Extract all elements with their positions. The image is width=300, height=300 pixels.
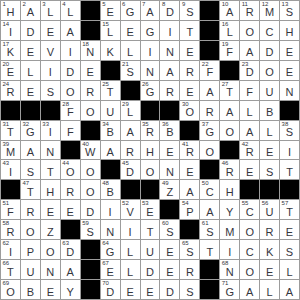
clue-number: 68 [222,260,229,267]
cell-letter: A [126,127,133,138]
grid-cell[interactable]: A [61,21,80,40]
grid-cell[interactable]: L [260,280,279,299]
cell-letter: N [166,47,174,58]
cell-letter: S [47,87,54,98]
grid-cell[interactable]: A [200,81,219,100]
grid-cell[interactable]: S [21,160,40,179]
grid-cell[interactable]: D [260,41,279,60]
cell-letter: S [286,7,293,18]
grid-cell[interactable]: H [141,141,160,160]
grid-cell[interactable]: O [21,220,40,239]
grid-cell[interactable]: Y [220,200,239,219]
grid-cell[interactable]: 35R [141,121,160,140]
cell-letter: C [266,27,274,38]
grid-cell[interactable]: A [121,121,140,140]
grid-cell[interactable]: B [260,101,279,120]
cell-letter: U [266,87,274,98]
clue-number: 17 [3,41,10,48]
grid-cell[interactable]: 18N [81,41,100,60]
cell-letter: R [186,147,194,158]
grid-cell[interactable]: E [81,61,100,80]
grid-cell[interactable]: A [200,200,219,219]
clue-number: 43 [3,160,10,167]
grid-cell[interactable]: 21S [121,61,140,80]
grid-cell[interactable]: D [81,200,100,219]
grid-cell[interactable]: 30O [180,101,199,120]
cell-letter: T [27,187,34,198]
grid-cell[interactable]: E [41,280,60,299]
cell-letter: O [26,227,35,238]
clue-number: 49 [162,180,169,187]
grid-cell[interactable]: U [101,101,120,120]
grid-cell[interactable]: 38S [280,121,299,140]
cell-letter: Z [167,187,174,198]
grid-cell[interactable]: 8D [160,1,179,20]
cell-letter: F [226,47,233,58]
grid-cell[interactable]: R [180,61,199,80]
grid-cell[interactable]: U [21,260,40,279]
grid-cell[interactable]: 53E [141,200,160,219]
grid-cell[interactable]: R [121,141,140,160]
grid-cell[interactable]: S [180,280,199,299]
grid-cell[interactable]: 70D [101,280,120,299]
grid-cell[interactable]: 3L [41,1,60,20]
grid-cell[interactable]: E [61,200,80,219]
cell-letter: R [86,87,94,98]
grid-cell[interactable]: 16L [220,21,239,40]
cell-letter: T [186,27,193,38]
cell-letter: A [67,27,74,38]
grid-cell[interactable]: N [141,61,160,80]
black-cell [1,101,20,120]
grid-cell[interactable]: S [260,160,279,179]
grid-cell[interactable]: I [141,41,160,60]
grid-cell[interactable]: D [61,61,80,80]
cell-letter: D [26,27,34,38]
grid-cell[interactable]: A [280,280,299,299]
grid-cell[interactable]: S [280,240,299,259]
grid-cell[interactable]: O [240,220,259,239]
black-cell [101,160,120,179]
grid-cell[interactable]: 32G [21,121,40,140]
grid-cell[interactable]: U [141,240,160,259]
grid-cell[interactable]: 42R [240,141,259,160]
grid-cell[interactable]: I [41,61,60,80]
grid-cell[interactable]: 34B [101,121,120,140]
cell-letter: A [146,7,153,18]
cell-letter: A [246,127,253,138]
grid-cell[interactable]: 7A [141,1,160,20]
cell-letter: H [6,7,14,18]
grid-cell[interactable]: I [121,220,140,239]
grid-cell[interactable]: M [220,220,239,239]
cell-letter: G [225,287,234,298]
grid-cell[interactable]: E [240,160,259,179]
grid-cell[interactable]: 33I [41,121,60,140]
grid-cell[interactable]: R [21,200,40,219]
grid-cell[interactable]: E [180,160,199,179]
grid-cell[interactable]: O [200,141,219,160]
grid-cell[interactable]: R [160,81,179,100]
clue-number: 61 [202,220,209,227]
grid-cell[interactable]: R [180,260,199,279]
grid-cell[interactable]: U [260,81,279,100]
grid-cell[interactable]: 55C [240,200,259,219]
black-cell [101,61,120,80]
cell-letter: R [186,267,194,278]
grid-cell[interactable]: A [240,280,259,299]
grid-cell[interactable]: E [260,141,279,160]
cell-letter: F [206,67,213,78]
grid-cell[interactable]: O [260,61,279,80]
grid-cell[interactable]: 6G [121,1,140,20]
grid-cell[interactable]: 71G [220,280,239,299]
grid-cell[interactable]: K [260,240,279,259]
cell-letter: E [266,147,273,158]
grid-cell[interactable]: 41R [180,141,199,160]
grid-cell[interactable]: 14I [1,21,20,40]
grid-cell[interactable]: E [160,260,179,279]
grid-cell[interactable]: T [41,160,60,179]
cell-letter: E [47,207,54,218]
grid-cell[interactable]: O [81,160,100,179]
cell-letter: N [146,67,154,78]
grid-cell[interactable]: I [101,200,120,219]
grid-cell[interactable]: 49Z [160,180,179,199]
grid-cell[interactable]: 37G [200,121,219,140]
clue-number: 18 [82,41,89,48]
cell-letter: D [166,287,174,298]
grid-cell[interactable]: E [121,21,140,40]
cell-letter: S [286,247,293,258]
grid-cell[interactable]: L [121,41,140,60]
cell-letter: G [146,87,155,98]
grid-cell[interactable]: 65S [180,240,199,259]
cell-letter: V [47,47,54,58]
grid-cell[interactable]: O [81,180,100,199]
grid-cell[interactable]: O [81,101,100,120]
grid-cell[interactable]: 4L [61,1,80,20]
grid-cell[interactable]: 39M [1,141,20,160]
cell-letter: E [186,87,193,98]
grid-cell[interactable]: 27T [220,81,239,100]
grid-cell[interactable]: E [280,220,299,239]
grid-cell[interactable]: 54P [180,200,199,219]
grid-cell[interactable]: I [160,21,179,40]
grid-cell[interactable]: 25T [101,81,120,100]
cell-letter: F [67,107,74,118]
clue-number: 30 [182,101,189,108]
cell-letter: H [46,187,54,198]
grid-cell[interactable]: R [81,81,100,100]
grid-cell[interactable]: 17K [1,41,20,60]
grid-cell[interactable]: N [41,260,60,279]
cell-letter: B [106,127,113,138]
grid-cell[interactable]: H [41,180,60,199]
clue-number: 41 [182,141,189,148]
cell-letter: L [107,27,113,38]
black-cell [200,280,219,299]
grid-cell[interactable]: 22F [200,61,219,80]
clue-number: 4 [62,1,65,8]
grid-cell[interactable]: 26G [141,81,160,100]
cell-letter: E [106,7,113,18]
grid-cell[interactable]: 68N [220,260,239,279]
grid-cell[interactable]: F [61,121,80,140]
grid-cell[interactable]: 62I [1,240,20,259]
grid-cell[interactable]: L [21,61,40,80]
grid-cell[interactable]: 29L [121,101,140,120]
grid-cell[interactable]: L [121,240,140,259]
cell-letter: E [67,207,74,218]
grid-cell[interactable]: 46R [220,160,239,179]
grid-cell[interactable]: 48B [101,180,120,199]
grid-cell[interactable]: A [21,141,40,160]
grid-cell[interactable]: E [141,280,160,299]
cell-letter: A [67,267,74,278]
cell-letter: I [9,27,12,38]
grid-cell[interactable]: H [280,21,299,40]
grid-cell[interactable]: 12M [260,1,279,20]
grid-cell[interactable]: N [101,220,120,239]
grid-cell[interactable]: E [180,81,199,100]
grid-cell[interactable]: P [21,240,40,259]
clue-number: 10 [222,1,229,8]
cell-letter: A [226,107,233,118]
cell-letter: Y [67,287,74,298]
black-cell [160,101,179,120]
cell-letter: T [226,87,233,98]
grid-cell[interactable]: D [141,260,160,279]
grid-cell[interactable]: E [41,21,60,40]
cell-letter: D [126,167,134,178]
grid-cell[interactable]: 44O [61,160,80,179]
cell-letter: K [106,47,113,58]
grid-cell[interactable]: 45D [121,160,140,179]
grid-cell[interactable]: L [121,260,140,279]
cell-letter: T [206,247,213,258]
cell-letter: N [286,87,294,98]
cell-letter: R [6,227,14,238]
cell-letter: L [67,7,73,18]
grid-cell[interactable]: T [280,160,299,179]
grid-cell[interactable]: E [180,41,199,60]
grid-cell[interactable]: 24R [1,81,20,100]
grid-cell[interactable]: B [21,280,40,299]
cell-letter: F [246,87,253,98]
grid-cell[interactable]: R [260,220,279,239]
clue-number: 56 [262,200,269,207]
grid-cell[interactable]: 63D [61,240,80,259]
grid-cell[interactable]: 58R [1,220,20,239]
cell-letter: R [26,207,34,218]
grid-cell[interactable]: 67E [101,260,120,279]
grid-cell[interactable]: T [180,21,199,40]
cell-letter: O [265,67,274,78]
grid-cell[interactable]: O [220,121,239,140]
grid-cell[interactable]: 52V [121,200,140,219]
grid-cell[interactable]: 28F [61,101,80,120]
grid-cell[interactable]: E [21,41,40,60]
cell-letter: D [86,207,94,218]
cell-letter: R [166,87,174,98]
grid-cell[interactable]: E [121,280,140,299]
grid-cell[interactable]: 64G [101,240,120,259]
cell-letter: E [286,67,293,78]
grid-cell[interactable]: O [240,21,259,40]
grid-cell[interactable]: 11R [240,1,259,20]
grid-cell[interactable]: 60S [160,220,179,239]
grid-cell[interactable]: 59S [81,220,100,239]
black-cell [81,121,100,140]
grid-cell[interactable]: A [101,141,120,160]
grid-cell[interactable]: 56U [260,200,279,219]
grid-cell[interactable]: H [220,180,239,199]
grid-cell[interactable]: O [41,240,60,259]
grid-cell[interactable]: N [280,81,299,100]
grid-cell[interactable]: O [240,260,259,279]
cell-letter: W [85,147,95,158]
cell-letter: E [47,287,54,298]
grid-cell[interactable]: 50C [200,180,219,199]
grid-cell[interactable]: O [61,81,80,100]
grid-cell[interactable]: L [240,101,259,120]
grid-cell[interactable]: A [240,121,259,140]
clue-number: 21 [122,61,129,68]
grid-cell[interactable]: G [141,21,160,40]
grid-cell[interactable]: A [220,101,239,120]
cell-letter: L [27,67,33,78]
clue-number: 52 [122,200,129,207]
grid-cell[interactable]: E [21,81,40,100]
cell-letter: E [266,267,273,278]
grid-cell[interactable]: V [41,41,60,60]
grid-cell[interactable]: 61S [200,220,219,239]
clue-number: 51 [3,200,10,207]
grid-cell[interactable]: 19F [220,41,239,60]
grid-cell[interactable]: 23D [240,61,259,80]
grid-cell[interactable]: N [160,41,179,60]
cell-letter: E [186,47,193,58]
cell-letter: Y [226,207,233,218]
grid-cell[interactable]: 10A [220,1,239,20]
cell-letter: L [267,287,273,298]
black-cell [220,61,239,80]
cell-letter: S [186,287,193,298]
grid-cell[interactable]: 57T [280,200,299,219]
cell-letter: L [227,27,233,38]
grid-cell[interactable]: L [260,121,279,140]
grid-cell[interactable]: 2A [21,1,40,20]
cell-letter: S [186,7,193,18]
grid-cell[interactable]: D [160,280,179,299]
grid-cell[interactable]: Y [61,280,80,299]
grid-cell[interactable]: Z [41,220,60,239]
cell-letter: U [266,207,274,218]
cell-letter: L [247,107,253,118]
grid-cell[interactable]: E [160,141,179,160]
grid-cell[interactable]: E [280,41,299,60]
cell-letter: S [87,227,94,238]
grid-cell[interactable]: 9S [180,1,199,20]
cell-letter: T [47,167,54,178]
grid-cell[interactable]: S [41,81,60,100]
cell-letter: O [66,167,75,178]
grid-cell[interactable]: E [160,240,179,259]
grid-cell[interactable]: 5E [101,1,120,20]
grid-cell[interactable]: I [280,141,299,160]
grid-cell[interactable]: E [280,61,299,80]
grid-cell[interactable]: E [41,200,60,219]
grid-cell[interactable]: 20E [1,61,20,80]
cell-letter: O [186,107,195,118]
cell-letter: E [106,267,113,278]
grid-cell[interactable]: O [141,160,160,179]
cell-letter: D [266,47,274,58]
grid-cell[interactable]: E [260,260,279,279]
grid-cell[interactable]: N [160,160,179,179]
grid-cell[interactable]: L [280,260,299,279]
grid-cell[interactable]: A [240,41,259,60]
clue-number: 50 [202,180,209,187]
grid-cell[interactable]: 36B [160,121,179,140]
grid-cell[interactable]: R [200,101,219,120]
grid-cell[interactable]: A [61,260,80,279]
grid-cell[interactable]: 31T [1,121,20,140]
grid-cell[interactable]: I [61,41,80,60]
clue-number: 23 [242,61,249,68]
grid-cell[interactable]: 13S [280,1,299,20]
grid-cell[interactable]: T [141,220,160,239]
cell-letter: B [166,127,173,138]
cell-letter: D [166,7,174,18]
cell-letter: E [166,267,173,278]
clue-number: 48 [102,180,109,187]
grid-cell[interactable]: 51F [1,200,20,219]
grid-cell[interactable]: C [260,21,279,40]
clue-number: 19 [222,41,229,48]
grid-cell[interactable]: 40W [81,141,100,160]
grid-cell[interactable]: 1H [1,1,20,20]
grid-cell[interactable]: T [200,240,219,259]
black-cell [200,160,219,179]
cell-letter: S [27,167,34,178]
grid-cell[interactable]: 47T [21,180,40,199]
black-cell [280,180,299,199]
grid-cell[interactable]: A [160,61,179,80]
grid-cell[interactable]: R [61,180,80,199]
cell-letter: G [206,127,215,138]
grid-cell[interactable]: A [180,180,199,199]
clue-number: 12 [262,1,269,8]
cell-letter: I [288,147,291,158]
grid-cell[interactable]: N [41,141,60,160]
grid-cell[interactable]: 43I [1,160,20,179]
grid-cell[interactable]: 66T [1,260,20,279]
grid-cell[interactable]: 15L [101,21,120,40]
grid-cell[interactable]: C [240,240,259,259]
cell-letter: S [286,127,293,138]
grid-cell[interactable]: F [240,81,259,100]
grid-cell[interactable]: I [220,240,239,259]
clue-number: 20 [3,61,10,68]
grid-cell[interactable]: D [21,21,40,40]
grid-cell[interactable]: K [101,41,120,60]
grid-cell[interactable]: 69O [1,280,20,299]
cell-letter: I [9,167,12,178]
black-cell [81,260,100,279]
clue-number: 63 [62,240,69,247]
